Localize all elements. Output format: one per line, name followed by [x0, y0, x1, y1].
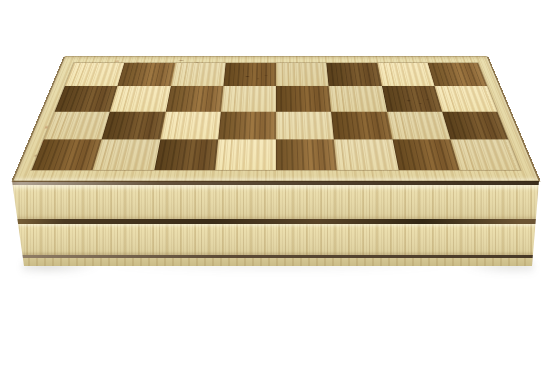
square-row3-col4-dark	[218, 111, 276, 139]
box-front-face	[12, 181, 539, 266]
square-row2-col6-light	[329, 86, 387, 111]
photo-stage	[0, 0, 550, 366]
square-row2-col8-light	[434, 86, 497, 111]
square-row2-col4-light	[221, 86, 276, 111]
square-row1-col7-light	[377, 63, 434, 86]
square-row4-col6-light	[334, 139, 398, 170]
square-row4-col1-dark	[32, 139, 102, 170]
upper-half-side-panel	[12, 185, 539, 219]
square-row1-col6-dark	[326, 63, 381, 86]
square-row2-col2-light	[110, 86, 170, 111]
square-row2-col5-dark	[276, 86, 331, 111]
square-row1-col8-dark	[427, 63, 487, 86]
square-row2-col1-dark	[55, 86, 118, 111]
square-row3-col2-dark	[102, 111, 166, 139]
lower-half-side-panel	[12, 224, 539, 255]
square-row2-col7-dark	[382, 86, 442, 111]
board-lid	[11, 57, 541, 182]
chessboard-grid	[32, 63, 521, 170]
square-row4-col8-light	[450, 139, 520, 170]
square-row1-col4-dark	[223, 63, 276, 86]
square-row2-col3-dark	[165, 86, 223, 111]
box-bottom-edge	[12, 258, 539, 266]
square-row3-col5-light	[276, 111, 334, 139]
square-row3-col1-light	[44, 111, 110, 139]
square-row3-col6-dark	[331, 111, 392, 139]
square-row4-col7-dark	[392, 139, 459, 170]
square-row3-col7-light	[387, 111, 451, 139]
square-row3-col3-light	[160, 111, 221, 139]
square-row4-col5-dark	[276, 139, 337, 170]
square-row1-col5-light	[276, 63, 329, 86]
square-row3-col8-dark	[442, 111, 508, 139]
square-row1-col3-light	[170, 63, 225, 86]
square-row1-col2-dark	[118, 63, 175, 86]
square-row4-col2-light	[93, 139, 160, 170]
square-row4-col3-dark	[154, 139, 218, 170]
square-row4-col4-light	[215, 139, 276, 170]
square-row1-col1-light	[65, 63, 125, 86]
chessboard-top-face	[11, 56, 541, 182]
